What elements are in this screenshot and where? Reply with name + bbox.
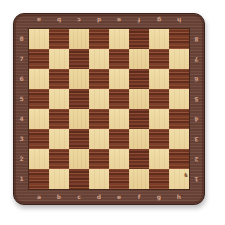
- file-label-top-f: f: [129, 13, 149, 28]
- square-d7[interactable]: [89, 49, 109, 69]
- square-f7[interactable]: [129, 49, 149, 69]
- square-c7[interactable]: [69, 49, 89, 69]
- square-d4[interactable]: [89, 109, 109, 129]
- rank-label-right-6: 6: [189, 69, 204, 89]
- square-c4[interactable]: [69, 109, 89, 129]
- square-h7[interactable]: [169, 49, 189, 69]
- file-label-top-e: e: [109, 13, 129, 28]
- square-g2[interactable]: [149, 149, 169, 169]
- file-label-bottom-b: b: [49, 189, 69, 204]
- square-a7[interactable]: [29, 49, 49, 69]
- square-a1[interactable]: [29, 169, 49, 189]
- rank-label-right-5: 5: [189, 89, 204, 109]
- file-label-top-g: g: [149, 13, 169, 28]
- square-g8[interactable]: [149, 29, 169, 49]
- rank-label-right-2: 2: [189, 149, 204, 169]
- square-d3[interactable]: [89, 129, 109, 149]
- rank-label-right-3: 3: [189, 129, 204, 149]
- rank-label-right-1: 1: [189, 169, 204, 189]
- chess-board: ♞ aabbccddeeffgghh8877665544332211: [13, 13, 205, 205]
- square-h6[interactable]: [169, 69, 189, 89]
- square-h5[interactable]: [169, 89, 189, 109]
- rank-label-left-2: 2: [14, 149, 29, 169]
- file-label-bottom-a: a: [29, 189, 49, 204]
- rank-label-right-4: 4: [189, 109, 204, 129]
- square-g4[interactable]: [149, 109, 169, 129]
- square-f6[interactable]: [129, 69, 149, 89]
- square-b7[interactable]: [49, 49, 69, 69]
- rank-label-left-1: 1: [14, 169, 29, 189]
- square-c8[interactable]: [69, 29, 89, 49]
- file-label-top-b: b: [49, 13, 69, 28]
- file-label-top-d: d: [89, 13, 109, 28]
- square-e8[interactable]: [109, 29, 129, 49]
- square-a5[interactable]: [29, 89, 49, 109]
- file-label-bottom-h: h: [169, 189, 189, 204]
- file-label-bottom-e: e: [109, 189, 129, 204]
- square-b6[interactable]: [49, 69, 69, 89]
- file-label-bottom-g: g: [149, 189, 169, 204]
- file-label-bottom-c: c: [69, 189, 89, 204]
- file-label-bottom-d: d: [89, 189, 109, 204]
- square-g1[interactable]: [149, 169, 169, 189]
- square-e2[interactable]: [109, 149, 129, 169]
- square-h8[interactable]: [169, 29, 189, 49]
- file-label-bottom-f: f: [129, 189, 149, 204]
- square-g3[interactable]: [149, 129, 169, 149]
- square-f4[interactable]: [129, 109, 149, 129]
- square-a4[interactable]: [29, 109, 49, 129]
- rank-label-left-3: 3: [14, 129, 29, 149]
- rank-label-right-8: 8: [189, 29, 204, 49]
- square-h4[interactable]: [169, 109, 189, 129]
- rank-label-left-8: 8: [14, 29, 29, 49]
- square-c3[interactable]: [69, 129, 89, 149]
- square-e5[interactable]: [109, 89, 129, 109]
- rank-label-right-7: 7: [189, 49, 204, 69]
- square-g6[interactable]: [149, 69, 169, 89]
- file-label-top-h: h: [169, 13, 189, 28]
- square-c2[interactable]: [69, 149, 89, 169]
- file-label-top-c: c: [69, 13, 89, 28]
- square-b3[interactable]: [49, 129, 69, 149]
- square-g5[interactable]: [149, 89, 169, 109]
- square-e1[interactable]: [109, 169, 129, 189]
- square-e7[interactable]: [109, 49, 129, 69]
- square-b1[interactable]: [49, 169, 69, 189]
- square-d6[interactable]: [89, 69, 109, 89]
- file-label-top-a: a: [29, 13, 49, 28]
- square-f1[interactable]: [129, 169, 149, 189]
- square-b8[interactable]: [49, 29, 69, 49]
- square-b2[interactable]: [49, 149, 69, 169]
- square-f2[interactable]: [129, 149, 149, 169]
- square-f3[interactable]: [129, 129, 149, 149]
- rank-label-left-5: 5: [14, 89, 29, 109]
- square-a3[interactable]: [29, 129, 49, 149]
- rank-label-left-4: 4: [14, 109, 29, 129]
- square-b5[interactable]: [49, 89, 69, 109]
- square-d8[interactable]: [89, 29, 109, 49]
- square-f8[interactable]: [129, 29, 149, 49]
- rank-label-left-6: 6: [14, 69, 29, 89]
- square-a8[interactable]: [29, 29, 49, 49]
- square-a2[interactable]: [29, 149, 49, 169]
- square-e3[interactable]: [109, 129, 129, 149]
- square-c5[interactable]: [69, 89, 89, 109]
- square-d1[interactable]: [89, 169, 109, 189]
- square-e4[interactable]: [109, 109, 129, 129]
- square-b4[interactable]: [49, 109, 69, 129]
- square-g7[interactable]: [149, 49, 169, 69]
- square-d2[interactable]: [89, 149, 109, 169]
- square-c6[interactable]: [69, 69, 89, 89]
- board-squares: [28, 28, 190, 190]
- square-f5[interactable]: [129, 89, 149, 109]
- square-h3[interactable]: [169, 129, 189, 149]
- square-a6[interactable]: [29, 69, 49, 89]
- square-e6[interactable]: [109, 69, 129, 89]
- rank-label-left-7: 7: [14, 49, 29, 69]
- square-d5[interactable]: [89, 89, 109, 109]
- square-h2[interactable]: [169, 149, 189, 169]
- product-photo: ♞ aabbccddeeffgghh8877665544332211: [0, 0, 225, 225]
- square-c1[interactable]: [69, 169, 89, 189]
